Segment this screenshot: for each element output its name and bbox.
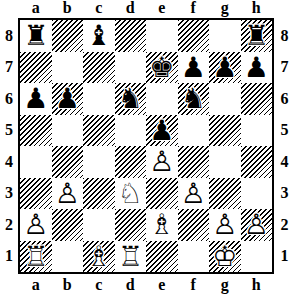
rank-labels-left: 8 7 6 5 4 3 2 1 [0, 20, 18, 272]
square-a8[interactable]: ♜ [20, 20, 52, 52]
file-label-e: e [146, 274, 178, 295]
file-label-c: c [83, 274, 115, 295]
rank-label-1: 1 [274, 241, 295, 273]
square-d4[interactable] [115, 146, 147, 178]
square-h1[interactable] [241, 241, 273, 273]
chess-diagram: a b c d e f g h 8 7 6 5 4 3 2 1 ♜♝♜♚♟♟♟♟… [0, 0, 295, 295]
square-g6[interactable] [209, 83, 241, 115]
square-h4[interactable] [241, 146, 273, 178]
square-f7[interactable]: ♟ [178, 52, 210, 84]
rank-label-4: 4 [274, 146, 295, 178]
square-c4[interactable] [83, 146, 115, 178]
file-labels-top: a b c d e f g h [20, 0, 272, 17]
square-f1[interactable] [178, 241, 210, 273]
square-h6[interactable] [241, 83, 273, 115]
file-label-a: a [20, 0, 52, 17]
rank-label-5: 5 [0, 115, 18, 147]
white-knight-icon: ♞♘ [118, 178, 143, 209]
square-b2[interactable] [52, 209, 84, 241]
square-b3[interactable]: ♟♙ [52, 178, 84, 210]
file-label-h: h [241, 274, 273, 295]
square-d6[interactable]: ♞ [115, 83, 147, 115]
white-rook-icon: ♜♖ [118, 241, 143, 272]
square-b1[interactable] [52, 241, 84, 273]
file-label-e: e [146, 0, 178, 17]
square-e4[interactable]: ♟♙ [146, 146, 178, 178]
square-a3[interactable] [20, 178, 52, 210]
white-pawn-icon: ♟♙ [23, 209, 48, 240]
square-g8[interactable] [209, 20, 241, 52]
square-f2[interactable] [178, 209, 210, 241]
square-c8[interactable]: ♝ [83, 20, 115, 52]
square-b7[interactable] [52, 52, 84, 84]
rank-label-4: 4 [0, 146, 18, 178]
square-f5[interactable] [178, 115, 210, 147]
file-label-b: b [52, 0, 84, 17]
square-h5[interactable] [241, 115, 273, 147]
square-g5[interactable] [209, 115, 241, 147]
square-e3[interactable] [146, 178, 178, 210]
black-rook-icon: ♜ [23, 20, 48, 51]
rank-label-6: 6 [0, 83, 18, 115]
file-label-g: g [209, 274, 241, 295]
square-h8[interactable]: ♜ [241, 20, 273, 52]
chess-board: ♜♝♜♚♟♟♟♟♟♞♞♟♟♙♟♙♞♘♟♙♟♙♝♗♟♙♟♙♜♖♝♗♜♖♚♔ [18, 18, 274, 274]
rank-label-2: 2 [0, 209, 18, 241]
square-a7[interactable] [20, 52, 52, 84]
black-bishop-icon: ♝ [86, 20, 111, 51]
white-pawn-icon: ♟♙ [212, 209, 237, 240]
white-pawn-icon: ♟♙ [181, 178, 206, 209]
square-f8[interactable] [178, 20, 210, 52]
rank-label-1: 1 [0, 241, 18, 273]
square-e8[interactable] [146, 20, 178, 52]
square-h3[interactable] [241, 178, 273, 210]
square-b4[interactable] [52, 146, 84, 178]
square-d1[interactable]: ♜♖ [115, 241, 147, 273]
white-pawn-icon: ♟♙ [55, 178, 80, 209]
square-c7[interactable] [83, 52, 115, 84]
file-label-c: c [83, 0, 115, 17]
white-pawn-icon: ♟♙ [149, 146, 174, 177]
square-e1[interactable] [146, 241, 178, 273]
square-c6[interactable] [83, 83, 115, 115]
black-pawn-icon: ♟ [149, 115, 174, 146]
file-label-f: f [178, 274, 210, 295]
rank-label-3: 3 [274, 178, 295, 210]
square-c2[interactable] [83, 209, 115, 241]
square-b5[interactable] [52, 115, 84, 147]
square-c3[interactable] [83, 178, 115, 210]
file-label-d: d [115, 0, 147, 17]
rank-label-3: 3 [0, 178, 18, 210]
square-h7[interactable]: ♟ [241, 52, 273, 84]
black-pawn-icon: ♟ [244, 52, 269, 83]
square-a6[interactable]: ♟ [20, 83, 52, 115]
square-d2[interactable] [115, 209, 147, 241]
file-label-f: f [178, 0, 210, 17]
square-g3[interactable] [209, 178, 241, 210]
black-pawn-icon: ♟ [212, 52, 237, 83]
black-king-icon: ♚ [149, 52, 174, 83]
square-d5[interactable] [115, 115, 147, 147]
rank-labels-right: 8 7 6 5 4 3 2 1 [274, 20, 295, 272]
square-c1[interactable]: ♝♗ [83, 241, 115, 273]
rank-label-5: 5 [274, 115, 295, 147]
file-label-g: g [209, 0, 241, 17]
black-pawn-icon: ♟ [55, 83, 80, 114]
square-d3[interactable]: ♞♘ [115, 178, 147, 210]
black-knight-icon: ♞ [181, 83, 206, 114]
square-f6[interactable]: ♞ [178, 83, 210, 115]
white-bishop-icon: ♝♗ [86, 241, 111, 272]
black-knight-icon: ♞ [118, 83, 143, 114]
square-g1[interactable]: ♚♔ [209, 241, 241, 273]
square-b8[interactable] [52, 20, 84, 52]
rank-label-2: 2 [274, 209, 295, 241]
black-rook-icon: ♜ [244, 20, 269, 51]
square-a2[interactable]: ♟♙ [20, 209, 52, 241]
square-c5[interactable] [83, 115, 115, 147]
white-bishop-icon: ♝♗ [149, 209, 174, 240]
square-g4[interactable] [209, 146, 241, 178]
black-pawn-icon: ♟ [23, 83, 48, 114]
square-d7[interactable] [115, 52, 147, 84]
square-a1[interactable]: ♜♖ [20, 241, 52, 273]
square-g2[interactable]: ♟♙ [209, 209, 241, 241]
square-e5[interactable]: ♟ [146, 115, 178, 147]
square-f3[interactable]: ♟♙ [178, 178, 210, 210]
white-pawn-icon: ♟♙ [244, 209, 269, 240]
black-pawn-icon: ♟ [181, 52, 206, 83]
file-label-b: b [52, 274, 84, 295]
file-label-d: d [115, 274, 147, 295]
square-d8[interactable] [115, 20, 147, 52]
rank-label-7: 7 [274, 52, 295, 84]
square-a4[interactable] [20, 146, 52, 178]
rank-label-8: 8 [274, 20, 295, 52]
square-e7[interactable]: ♚ [146, 52, 178, 84]
square-g7[interactable]: ♟ [209, 52, 241, 84]
rank-label-6: 6 [274, 83, 295, 115]
square-h2[interactable]: ♟♙ [241, 209, 273, 241]
rank-label-8: 8 [0, 20, 18, 52]
square-f4[interactable] [178, 146, 210, 178]
white-rook-icon: ♜♖ [23, 241, 48, 272]
file-label-h: h [241, 0, 273, 17]
square-e6[interactable] [146, 83, 178, 115]
rank-label-7: 7 [0, 52, 18, 84]
square-e2[interactable]: ♝♗ [146, 209, 178, 241]
file-label-a: a [20, 274, 52, 295]
white-king-icon: ♚♔ [212, 241, 237, 272]
file-labels-bottom: a b c d e f g h [20, 274, 272, 295]
square-b6[interactable]: ♟ [52, 83, 84, 115]
square-a5[interactable] [20, 115, 52, 147]
